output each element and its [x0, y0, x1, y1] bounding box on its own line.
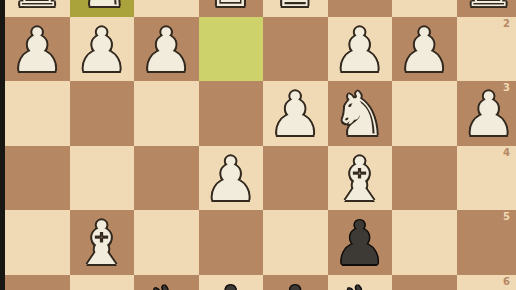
square-e3[interactable]: [199, 81, 264, 146]
square-h3[interactable]: [5, 81, 70, 146]
square-d4[interactable]: [263, 146, 328, 211]
square-f4[interactable]: [134, 146, 199, 211]
square-g4[interactable]: [70, 146, 135, 211]
square-f3[interactable]: [134, 81, 199, 146]
rank-label-3: 3: [503, 83, 510, 93]
square-f2[interactable]: ♟: [134, 17, 199, 82]
square-e2[interactable]: [199, 17, 264, 82]
white-knight[interactable]: ♞: [328, 81, 393, 146]
square-d2[interactable]: [263, 17, 328, 82]
white-pawn[interactable]: ♟: [199, 146, 264, 211]
square-b5[interactable]: [392, 210, 457, 275]
square-e5[interactable]: [199, 210, 264, 275]
rank-label-4: 4: [503, 148, 510, 158]
white-pawn[interactable]: ♟: [328, 17, 393, 82]
chess-board[interactable]: ♜♞♚♛♜♟♟♟♟♟♟♞♟♟♝♝♟♞♟♟♞: [5, 0, 516, 290]
square-g3[interactable]: [70, 81, 135, 146]
square-f6[interactable]: ♞: [134, 275, 199, 290]
square-c4[interactable]: ♝: [328, 146, 393, 211]
square-g6[interactable]: [70, 275, 135, 290]
black-knight[interactable]: ♞: [134, 275, 199, 290]
white-bishop[interactable]: ♝: [328, 146, 393, 211]
square-c3[interactable]: ♞: [328, 81, 393, 146]
white-pawn[interactable]: ♟: [70, 17, 135, 82]
square-f5[interactable]: [134, 210, 199, 275]
square-e1[interactable]: ♚: [199, 0, 264, 17]
square-d3[interactable]: ♟: [263, 81, 328, 146]
square-b2[interactable]: ♟: [392, 17, 457, 82]
white-queen[interactable]: ♛: [263, 0, 328, 17]
square-d6[interactable]: ♟: [263, 275, 328, 290]
white-bishop[interactable]: ♝: [70, 210, 135, 275]
square-d5[interactable]: [263, 210, 328, 275]
white-pawn[interactable]: ♟: [134, 17, 199, 82]
white-pawn[interactable]: ♟: [5, 17, 70, 82]
rank-label-6: 6: [503, 277, 510, 287]
square-h4[interactable]: [5, 146, 70, 211]
rank-label-2: 2: [503, 19, 510, 29]
square-c6[interactable]: ♞: [328, 275, 393, 290]
square-e4[interactable]: ♟: [199, 146, 264, 211]
black-knight[interactable]: ♞: [328, 275, 393, 290]
square-b4[interactable]: [392, 146, 457, 211]
white-rook[interactable]: ♜: [457, 0, 516, 17]
square-b6[interactable]: [392, 275, 457, 290]
white-pawn[interactable]: ♟: [263, 81, 328, 146]
square-g2[interactable]: ♟: [70, 17, 135, 82]
square-c2[interactable]: ♟: [328, 17, 393, 82]
white-king[interactable]: ♚: [199, 0, 264, 17]
white-pawn[interactable]: ♟: [392, 17, 457, 82]
square-e6[interactable]: ♟: [199, 275, 264, 290]
square-b3[interactable]: [392, 81, 457, 146]
rank-label-5: 5: [503, 212, 510, 222]
black-pawn[interactable]: ♟: [199, 275, 264, 290]
square-g5[interactable]: ♝: [70, 210, 135, 275]
black-pawn[interactable]: ♟: [328, 210, 393, 275]
square-h5[interactable]: [5, 210, 70, 275]
square-a1[interactable]: ♜: [457, 0, 516, 17]
black-pawn[interactable]: ♟: [263, 275, 328, 290]
square-c5[interactable]: ♟: [328, 210, 393, 275]
square-h2[interactable]: ♟: [5, 17, 70, 82]
chess-board-viewport: ♜♞♚♛♜♟♟♟♟♟♟♞♟♟♝♝♟♞♟♟♞ 23456: [0, 0, 516, 290]
square-h6[interactable]: [5, 275, 70, 290]
square-d1[interactable]: ♛: [263, 0, 328, 17]
